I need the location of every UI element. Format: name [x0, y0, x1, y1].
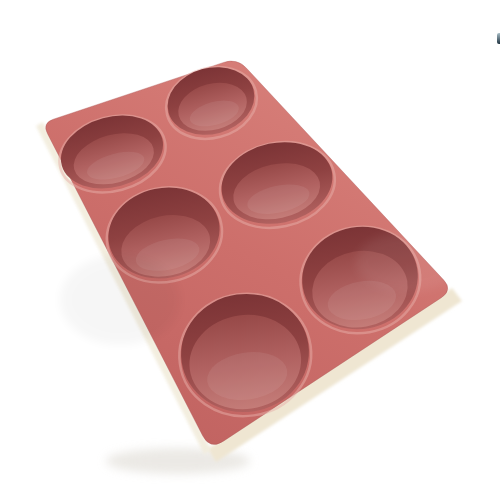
- mold-photo: [0, 0, 500, 496]
- sheen-highlight: [356, 232, 460, 292]
- product-photo[interactable]: [0, 0, 500, 496]
- soft-shade: [60, 255, 180, 345]
